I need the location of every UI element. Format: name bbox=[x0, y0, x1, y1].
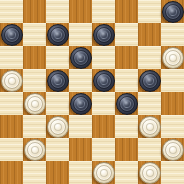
white-man-b2[interactable] bbox=[24, 139, 46, 161]
square-a7[interactable] bbox=[0, 23, 23, 46]
square-f6[interactable] bbox=[115, 46, 138, 69]
square-a8 bbox=[0, 0, 23, 23]
square-e3[interactable] bbox=[92, 115, 115, 138]
square-h5 bbox=[161, 69, 184, 92]
square-f3 bbox=[115, 115, 138, 138]
square-h3 bbox=[161, 115, 184, 138]
square-d3 bbox=[69, 115, 92, 138]
square-f8[interactable] bbox=[115, 0, 138, 23]
black-man-f4[interactable] bbox=[116, 93, 138, 115]
square-c5[interactable] bbox=[46, 69, 69, 92]
white-man-g3[interactable] bbox=[139, 116, 161, 138]
square-e1[interactable] bbox=[92, 161, 115, 184]
black-man-e7[interactable] bbox=[93, 24, 115, 46]
square-b6[interactable] bbox=[23, 46, 46, 69]
white-man-a5[interactable] bbox=[1, 70, 23, 92]
square-d5 bbox=[69, 69, 92, 92]
square-c8 bbox=[46, 0, 69, 23]
square-e4 bbox=[92, 92, 115, 115]
square-a5[interactable] bbox=[0, 69, 23, 92]
square-b4[interactable] bbox=[23, 92, 46, 115]
square-g8 bbox=[138, 0, 161, 23]
square-a2 bbox=[0, 138, 23, 161]
square-f7 bbox=[115, 23, 138, 46]
square-f4[interactable] bbox=[115, 92, 138, 115]
white-man-h6[interactable] bbox=[162, 47, 184, 69]
square-g3[interactable] bbox=[138, 115, 161, 138]
square-f1 bbox=[115, 161, 138, 184]
square-d6[interactable] bbox=[69, 46, 92, 69]
white-man-b4[interactable] bbox=[24, 93, 46, 115]
black-man-c7[interactable] bbox=[47, 24, 69, 46]
black-man-h8[interactable] bbox=[162, 1, 184, 23]
square-h4[interactable] bbox=[161, 92, 184, 115]
black-man-c5[interactable] bbox=[47, 70, 69, 92]
square-b7 bbox=[23, 23, 46, 46]
square-g2 bbox=[138, 138, 161, 161]
white-man-g1[interactable] bbox=[139, 162, 161, 184]
square-f2[interactable] bbox=[115, 138, 138, 161]
square-d7 bbox=[69, 23, 92, 46]
square-c7[interactable] bbox=[46, 23, 69, 46]
square-e5[interactable] bbox=[92, 69, 115, 92]
black-man-d4[interactable] bbox=[70, 93, 92, 115]
square-h6[interactable] bbox=[161, 46, 184, 69]
checkers-board bbox=[0, 0, 184, 184]
square-b8[interactable] bbox=[23, 0, 46, 23]
square-g4 bbox=[138, 92, 161, 115]
square-b1 bbox=[23, 161, 46, 184]
square-a4 bbox=[0, 92, 23, 115]
square-h1 bbox=[161, 161, 184, 184]
square-e2 bbox=[92, 138, 115, 161]
square-d2[interactable] bbox=[69, 138, 92, 161]
square-c6 bbox=[46, 46, 69, 69]
black-man-d6[interactable] bbox=[70, 47, 92, 69]
square-c2 bbox=[46, 138, 69, 161]
square-f5 bbox=[115, 69, 138, 92]
square-a6 bbox=[0, 46, 23, 69]
square-g5[interactable] bbox=[138, 69, 161, 92]
black-man-e5[interactable] bbox=[93, 70, 115, 92]
square-e7[interactable] bbox=[92, 23, 115, 46]
square-c4 bbox=[46, 92, 69, 115]
square-d4[interactable] bbox=[69, 92, 92, 115]
black-man-g5[interactable] bbox=[139, 70, 161, 92]
square-e6 bbox=[92, 46, 115, 69]
white-man-h2[interactable] bbox=[162, 139, 184, 161]
square-d1 bbox=[69, 161, 92, 184]
square-c1[interactable] bbox=[46, 161, 69, 184]
black-man-a7[interactable] bbox=[1, 24, 23, 46]
white-man-e1[interactable] bbox=[93, 162, 115, 184]
square-h8[interactable] bbox=[161, 0, 184, 23]
square-a1[interactable] bbox=[0, 161, 23, 184]
square-b3 bbox=[23, 115, 46, 138]
square-g6 bbox=[138, 46, 161, 69]
square-h7 bbox=[161, 23, 184, 46]
square-h2[interactable] bbox=[161, 138, 184, 161]
white-man-c3[interactable] bbox=[47, 116, 69, 138]
square-d8[interactable] bbox=[69, 0, 92, 23]
square-b5 bbox=[23, 69, 46, 92]
square-c3[interactable] bbox=[46, 115, 69, 138]
square-g1[interactable] bbox=[138, 161, 161, 184]
square-b2[interactable] bbox=[23, 138, 46, 161]
square-a3[interactable] bbox=[0, 115, 23, 138]
square-g7[interactable] bbox=[138, 23, 161, 46]
square-e8 bbox=[92, 0, 115, 23]
